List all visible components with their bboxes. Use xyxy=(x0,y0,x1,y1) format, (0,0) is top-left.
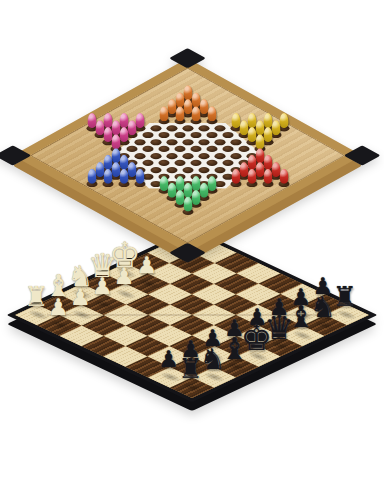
peg-yellow xyxy=(247,112,256,127)
peg-blue xyxy=(119,168,128,183)
peg-blue xyxy=(87,168,96,183)
product-photo-stage: ♜♝♞♛♚♟♟♟♟♟♟♟♟♟♟♟♟♟♜♞♝♛♚♝♞♜ xyxy=(0,0,384,500)
peg-hole xyxy=(174,145,185,151)
peg-hole xyxy=(189,159,200,165)
peg-yellow xyxy=(247,126,256,141)
peg-red xyxy=(247,154,256,169)
peg-orange xyxy=(183,84,192,99)
peg-blue xyxy=(111,161,120,176)
peg-orange xyxy=(175,105,184,120)
peg-blue xyxy=(103,154,112,169)
peg-pink xyxy=(119,126,128,141)
peg-orange xyxy=(167,98,176,113)
peg-blue xyxy=(135,168,144,183)
peg-orange xyxy=(191,105,200,120)
peg-green xyxy=(175,189,184,204)
peg-yellow xyxy=(271,119,280,134)
peg-hole xyxy=(158,145,169,151)
peg-orange xyxy=(191,91,200,106)
peg-pink xyxy=(87,112,96,127)
peg-blue xyxy=(94,161,103,176)
peg-hole xyxy=(222,145,233,151)
peg-pink xyxy=(110,133,119,148)
peg-hole xyxy=(222,131,233,137)
corner-cap xyxy=(343,145,380,165)
peg-hole xyxy=(238,145,249,151)
peg-yellow xyxy=(263,112,272,127)
peg-green xyxy=(159,175,168,190)
peg-green xyxy=(183,182,192,197)
peg-red xyxy=(231,168,240,183)
peg-green xyxy=(175,175,184,190)
peg-hole xyxy=(174,131,185,137)
peg-green xyxy=(183,196,192,211)
chess-piece-black-rook: ♜ xyxy=(171,348,211,388)
corner-cap xyxy=(0,145,31,165)
corner-cap xyxy=(169,47,206,67)
peg-blue xyxy=(127,161,136,176)
peg-pink xyxy=(127,119,136,134)
peg-pink xyxy=(95,119,104,134)
peg-hole xyxy=(174,159,185,165)
peg-orange xyxy=(183,98,192,113)
peg-green xyxy=(191,175,200,190)
peg-pink xyxy=(102,126,111,141)
peg-hole xyxy=(142,159,153,165)
peg-hole xyxy=(158,159,169,165)
peg-hole xyxy=(222,159,233,165)
peg-yellow xyxy=(263,126,272,141)
peg-yellow xyxy=(255,133,264,148)
chess-piece-white-pawn: ♟ xyxy=(38,286,78,326)
peg-green xyxy=(191,189,200,204)
chess-pieces-layer: ♜♝♞♛♚♟♟♟♟♟♟♟♟♟♟♟♟♟♜♞♝♛♚♝♞♜ xyxy=(15,232,369,398)
peg-red xyxy=(255,161,264,176)
peg-red xyxy=(247,168,256,183)
peg-red xyxy=(255,147,264,162)
peg-hole xyxy=(206,131,217,137)
peg-blue xyxy=(119,154,128,169)
peg-hole xyxy=(158,131,169,137)
checkers-board xyxy=(12,58,361,253)
peg-hole xyxy=(206,159,217,165)
peg-blue xyxy=(110,147,119,162)
peg-hole xyxy=(142,145,153,151)
peg-pink xyxy=(135,112,144,127)
checkers-star-layer xyxy=(82,97,292,214)
peg-red xyxy=(263,154,272,169)
peg-green xyxy=(167,182,176,197)
peg-red xyxy=(279,168,288,183)
peg-green xyxy=(199,182,208,197)
peg-pink xyxy=(111,119,120,134)
peg-yellow xyxy=(279,112,288,127)
peg-red xyxy=(263,168,272,183)
peg-hole xyxy=(190,131,201,137)
peg-hole xyxy=(126,145,137,151)
peg-orange xyxy=(207,105,216,120)
peg-hole xyxy=(206,145,217,151)
peg-red xyxy=(239,161,248,176)
peg-yellow xyxy=(231,112,240,127)
peg-yellow xyxy=(239,119,248,134)
peg-yellow xyxy=(255,119,264,134)
peg-orange xyxy=(199,98,208,113)
peg-hole xyxy=(142,131,153,137)
peg-red xyxy=(271,161,280,176)
peg-orange xyxy=(175,91,184,106)
peg-blue xyxy=(102,168,111,183)
peg-pink xyxy=(119,112,128,127)
peg-green xyxy=(207,175,216,190)
peg-hole xyxy=(190,145,201,151)
peg-pink xyxy=(103,112,112,127)
peg-orange xyxy=(159,105,168,120)
